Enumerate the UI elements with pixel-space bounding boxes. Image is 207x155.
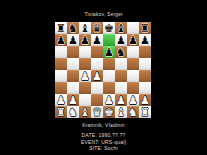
app-background: Tiviakov, Sergei ♜♞♝♛♚♝♜♟♟♟♟♟♟♟♟♞♟♟♟♟♟♟♟… [0, 0, 207, 155]
piece-black-pawn[interactable]: ♟ [56, 35, 66, 47]
square-c6[interactable] [79, 46, 91, 58]
square-e5[interactable] [103, 58, 115, 70]
square-b4[interactable] [67, 70, 79, 82]
square-b7[interactable]: ♟ [67, 34, 79, 46]
piece-black-queen[interactable]: ♛ [92, 23, 102, 35]
player-top-name: Tiviakov, Sergei [0, 11, 207, 17]
piece-white-rook[interactable]: ♜ [56, 107, 66, 119]
square-d1[interactable]: ♛ [91, 106, 103, 118]
square-f3[interactable] [115, 82, 127, 94]
game-date-line: DATE: 1990.??.?? [0, 132, 207, 138]
player-bottom-name: Kramnik, Vladimir [0, 122, 207, 128]
square-h3[interactable] [139, 82, 151, 94]
square-a7[interactable]: ♟ [55, 34, 67, 46]
piece-white-pawn[interactable]: ♟ [56, 95, 66, 107]
square-g2[interactable]: ♟ [127, 94, 139, 106]
square-a6[interactable] [55, 46, 67, 58]
square-a4[interactable] [55, 70, 67, 82]
square-d7[interactable]: ♟ [91, 34, 103, 46]
game-info: DATE: 1990.??.?? EVENT: URS-qual] SITE: … [0, 132, 207, 152]
square-f2[interactable]: ♟ [115, 94, 127, 106]
piece-white-knight[interactable]: ♞ [68, 107, 78, 119]
square-g5[interactable] [127, 58, 139, 70]
square-f1[interactable]: ♝ [115, 106, 127, 118]
piece-black-knight[interactable]: ♞ [68, 23, 78, 35]
square-d6[interactable] [91, 46, 103, 58]
square-f5[interactable] [115, 58, 127, 70]
piece-black-bishop[interactable]: ♝ [80, 23, 90, 35]
piece-black-pawn[interactable]: ♟ [92, 35, 102, 47]
square-a8[interactable]: ♜ [55, 22, 67, 34]
piece-white-pawn[interactable]: ♟ [140, 95, 150, 107]
square-e2[interactable]: ♟ [103, 94, 115, 106]
square-a3[interactable] [55, 82, 67, 94]
square-e7[interactable] [103, 34, 115, 46]
square-h2[interactable]: ♟ [139, 94, 151, 106]
piece-black-rook[interactable]: ♜ [56, 23, 66, 35]
square-e6[interactable]: ♟ [103, 46, 115, 58]
piece-white-knight[interactable]: ♞ [128, 107, 138, 119]
piece-black-pawn[interactable]: ♟ [68, 35, 78, 47]
piece-black-pawn[interactable]: ♟ [116, 35, 126, 47]
square-c8[interactable]: ♝ [79, 22, 91, 34]
square-b2[interactable]: ♟ [67, 94, 79, 106]
piece-black-pawn[interactable]: ♟ [128, 35, 138, 47]
piece-black-pawn[interactable]: ♟ [80, 35, 90, 47]
piece-black-pawn[interactable]: ♟ [140, 35, 150, 47]
chess-board: ♜♞♝♛♚♝♜♟♟♟♟♟♟♟♟♞♟♟♟♟♟♟♟♟♜♞♝♛♚♝♞♜ [55, 22, 151, 118]
piece-white-king[interactable]: ♚ [104, 107, 114, 119]
square-a5[interactable] [55, 58, 67, 70]
game-event-line: EVENT: URS-qual] [0, 139, 207, 145]
piece-white-pawn[interactable]: ♟ [116, 95, 126, 107]
square-f6[interactable]: ♞ [115, 46, 127, 58]
square-g3[interactable] [127, 82, 139, 94]
square-e4[interactable] [103, 70, 115, 82]
square-b5[interactable] [67, 58, 79, 70]
piece-black-rook[interactable]: ♜ [140, 23, 150, 35]
square-c7[interactable]: ♟ [79, 34, 91, 46]
piece-white-queen[interactable]: ♛ [92, 107, 102, 119]
square-h8[interactable]: ♜ [139, 22, 151, 34]
square-h7[interactable]: ♟ [139, 34, 151, 46]
square-f7[interactable]: ♟ [115, 34, 127, 46]
piece-black-pawn[interactable]: ♟ [104, 47, 114, 59]
square-c4[interactable]: ♟ [79, 70, 91, 82]
square-g8[interactable] [127, 22, 139, 34]
square-d3[interactable] [91, 82, 103, 94]
square-b6[interactable] [67, 46, 79, 58]
square-h4[interactable] [139, 70, 151, 82]
square-c1[interactable]: ♝ [79, 106, 91, 118]
square-g1[interactable]: ♞ [127, 106, 139, 118]
square-f4[interactable] [115, 70, 127, 82]
square-e1[interactable]: ♚ [103, 106, 115, 118]
piece-white-bishop[interactable]: ♝ [116, 107, 126, 119]
game-site-line: SITE: Sochi [0, 145, 207, 151]
piece-white-pawn[interactable]: ♟ [92, 71, 102, 83]
square-e8[interactable]: ♚ [103, 22, 115, 34]
square-e3[interactable] [103, 82, 115, 94]
square-g6[interactable] [127, 46, 139, 58]
square-c2[interactable] [79, 94, 91, 106]
square-c3[interactable] [79, 82, 91, 94]
piece-white-pawn[interactable]: ♟ [104, 95, 114, 107]
piece-white-rook[interactable]: ♜ [140, 107, 150, 119]
piece-black-bishop[interactable]: ♝ [116, 23, 126, 35]
square-c5[interactable] [79, 58, 91, 70]
square-d2[interactable] [91, 94, 103, 106]
piece-white-pawn[interactable]: ♟ [128, 95, 138, 107]
square-g7[interactable]: ♟ [127, 34, 139, 46]
piece-white-pawn[interactable]: ♟ [80, 71, 90, 83]
piece-black-knight[interactable]: ♞ [116, 47, 126, 59]
piece-black-king[interactable]: ♚ [104, 23, 114, 35]
square-b8[interactable]: ♞ [67, 22, 79, 34]
square-h1[interactable]: ♜ [139, 106, 151, 118]
square-b3[interactable] [67, 82, 79, 94]
square-a1[interactable]: ♜ [55, 106, 67, 118]
square-h5[interactable] [139, 58, 151, 70]
square-d8[interactable]: ♛ [91, 22, 103, 34]
square-g4[interactable] [127, 70, 139, 82]
square-h6[interactable] [139, 46, 151, 58]
piece-white-bishop[interactable]: ♝ [80, 107, 90, 119]
square-f8[interactable]: ♝ [115, 22, 127, 34]
piece-white-pawn[interactable]: ♟ [68, 95, 78, 107]
square-b1[interactable]: ♞ [67, 106, 79, 118]
square-d5[interactable] [91, 58, 103, 70]
square-d4[interactable]: ♟ [91, 70, 103, 82]
square-a2[interactable]: ♟ [55, 94, 67, 106]
